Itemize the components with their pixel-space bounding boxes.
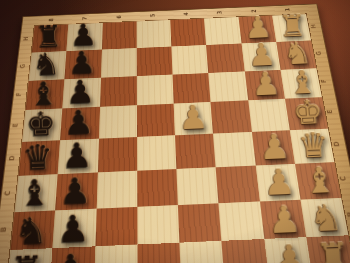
file-label-right-B: B xyxy=(346,212,350,218)
square-d8: ♛ xyxy=(19,140,61,175)
square-a3 xyxy=(222,239,269,263)
square-a1: ♜ xyxy=(306,235,350,263)
rank-label-top-3: 3 xyxy=(216,10,223,14)
file-label-right-G: G xyxy=(315,50,323,55)
file-label-left-C: C xyxy=(3,190,12,195)
rank-label-top-8: 8 xyxy=(48,18,55,22)
rank-label-top-7: 7 xyxy=(82,16,89,20)
square-f5 xyxy=(137,74,174,105)
square-f2: ♟ xyxy=(244,69,284,100)
square-c4 xyxy=(176,167,218,205)
file-label-left-F: F xyxy=(15,92,23,96)
square-g3 xyxy=(206,43,244,72)
white-rook-h1: ♜ xyxy=(274,1,311,41)
square-g8: ♞ xyxy=(29,50,67,80)
square-a5 xyxy=(137,242,181,263)
square-c7: ♟ xyxy=(55,172,97,210)
square-c6 xyxy=(96,170,137,208)
file-label-left-G: G xyxy=(19,63,27,68)
photo-scene: ♜♟♟♜♞♟♟♞♝♟♟♝♚♟♟♚♛♟♟♛♝♟♟♝♞♟♟♞♜♟♟♜ ABCDEFG… xyxy=(0,0,350,263)
square-f8: ♝ xyxy=(26,78,65,109)
square-b7: ♟ xyxy=(53,208,97,248)
square-a6 xyxy=(94,244,138,263)
square-d7: ♟ xyxy=(58,138,99,173)
square-f6 xyxy=(100,75,137,106)
square-e8: ♚ xyxy=(22,108,62,141)
square-f7: ♟ xyxy=(63,77,101,108)
white-bishop-c1: ♝ xyxy=(297,150,341,198)
square-e2 xyxy=(248,99,290,132)
square-d2: ♟ xyxy=(251,130,294,165)
rank-label-top-2: 2 xyxy=(250,9,257,13)
square-b4 xyxy=(178,202,222,242)
file-label-right-E: E xyxy=(326,109,335,113)
file-label-right-D: D xyxy=(332,141,341,146)
square-a4 xyxy=(179,241,224,263)
square-h7: ♟ xyxy=(67,23,103,51)
square-f4 xyxy=(172,72,210,103)
square-b6 xyxy=(95,206,137,246)
square-c8: ♝ xyxy=(15,174,58,212)
square-g4 xyxy=(171,44,208,73)
square-h6 xyxy=(102,21,137,49)
file-label-left-H: H xyxy=(22,36,30,40)
square-d1: ♛ xyxy=(290,128,335,163)
square-d4 xyxy=(175,133,216,168)
square-e6 xyxy=(99,105,137,138)
square-h8: ♜ xyxy=(32,24,69,52)
square-c3 xyxy=(216,165,260,202)
file-label-right-H: H xyxy=(310,23,318,27)
square-e4: ♟ xyxy=(174,102,214,135)
square-g7: ♟ xyxy=(65,49,102,79)
square-d5 xyxy=(137,135,177,170)
square-a7: ♟ xyxy=(50,246,95,263)
board-grid: ♜♟♟♜♞♟♟♞♝♟♟♝♚♟♟♚♛♟♟♛♝♟♟♝♞♟♟♞♜♟♟♜ xyxy=(6,14,350,263)
square-e5 xyxy=(137,103,175,136)
square-h1: ♜ xyxy=(272,14,311,42)
square-g2: ♟ xyxy=(241,41,280,70)
rank-label-top-1: 1 xyxy=(284,7,292,11)
square-b2: ♟ xyxy=(259,199,306,239)
square-b5 xyxy=(137,204,179,244)
file-label-left-B: B xyxy=(0,227,8,233)
square-d3 xyxy=(213,131,255,166)
square-b1: ♞ xyxy=(300,197,348,237)
square-f3 xyxy=(208,71,247,102)
square-g5 xyxy=(136,46,172,75)
square-g1: ♞ xyxy=(276,40,316,69)
chess-board: ♜♟♟♜♞♟♟♞♝♟♟♝♚♟♟♚♛♟♟♛♝♟♟♝♞♟♟♞♜♟♟♜ ABCDEFG… xyxy=(0,3,350,263)
square-h2: ♟ xyxy=(238,15,276,43)
square-f1: ♝ xyxy=(280,68,322,99)
file-label-left-E: E xyxy=(11,123,19,127)
square-h4 xyxy=(170,18,206,46)
square-h5 xyxy=(136,20,171,48)
square-g6 xyxy=(101,47,137,76)
rank-label-top-4: 4 xyxy=(183,12,190,16)
square-c5 xyxy=(137,168,178,206)
square-e3 xyxy=(211,100,252,133)
square-c2: ♟ xyxy=(255,163,300,200)
square-d6 xyxy=(97,136,136,171)
black-pawn-h7: ♟ xyxy=(66,10,102,50)
file-label-left-D: D xyxy=(8,155,17,161)
square-b8: ♞ xyxy=(10,209,55,249)
square-c1: ♝ xyxy=(295,161,341,198)
white-knight-b1: ♞ xyxy=(303,186,348,236)
rank-label-top-5: 5 xyxy=(149,13,156,17)
file-label-right-F: F xyxy=(320,79,328,83)
white-pawn-h2: ♟ xyxy=(239,2,276,42)
rank-label-top-6: 6 xyxy=(115,15,122,19)
square-e7: ♟ xyxy=(60,107,99,140)
square-a2: ♟ xyxy=(264,237,313,263)
black-rook-h8: ♜ xyxy=(31,11,67,51)
square-h3 xyxy=(204,17,241,45)
square-a8: ♜ xyxy=(6,248,53,263)
square-e1: ♚ xyxy=(285,97,328,130)
square-b3 xyxy=(219,201,264,241)
file-label-right-C: C xyxy=(339,175,348,180)
